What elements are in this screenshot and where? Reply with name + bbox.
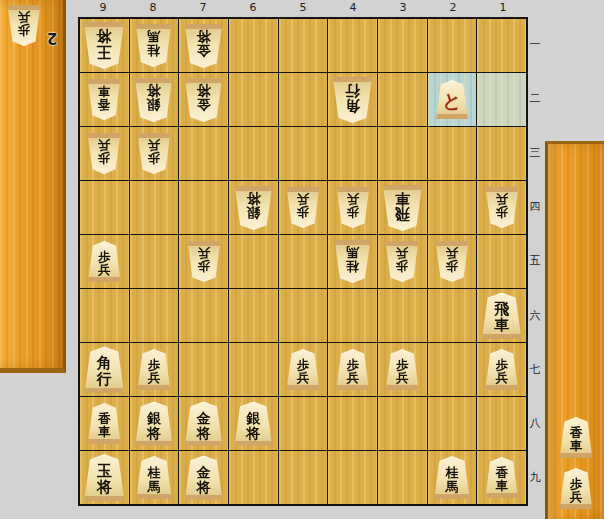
- piece-gote-銀将[interactable]: 銀将: [234, 186, 273, 230]
- piece-sente-歩兵[interactable]: 歩兵: [485, 349, 519, 390]
- square-4八[interactable]: [328, 397, 377, 450]
- square-6一[interactable]: [229, 19, 278, 72]
- square-3八[interactable]: [378, 397, 427, 450]
- square-3七[interactable]: 歩兵: [378, 343, 427, 396]
- square-7六[interactable]: [179, 289, 228, 342]
- piece-gote-歩兵[interactable]: 歩兵: [485, 187, 519, 228]
- square-7一[interactable]: 金将: [179, 19, 228, 72]
- piece-kanji: 車: [495, 480, 508, 493]
- rank-label-六: 六: [530, 308, 541, 323]
- file-labels: 987654321: [78, 1, 528, 16]
- piece-kanji: 馬: [147, 30, 160, 43]
- square-5五[interactable]: [279, 235, 328, 288]
- square-7二[interactable]: 金将: [179, 73, 228, 126]
- piece-gote-歩兵[interactable]: 歩兵: [187, 241, 221, 282]
- square-1三[interactable]: [477, 127, 526, 180]
- piece-gote-歩兵[interactable]: 歩兵: [7, 5, 41, 46]
- piece-kanji: 歩: [346, 206, 359, 219]
- piece-sente-角行[interactable]: 角行: [84, 347, 125, 393]
- piece-kanji: と: [442, 92, 461, 111]
- piece-kanji: 兵: [148, 372, 161, 385]
- file-label-7: 7: [178, 1, 228, 16]
- piece-sente-飛車[interactable]: 飛車: [481, 293, 522, 339]
- piece-gote-桂馬[interactable]: 桂馬: [135, 24, 172, 67]
- square-1一[interactable]: [477, 19, 526, 72]
- square-3三[interactable]: [378, 127, 427, 180]
- piece-kanji: 将: [197, 83, 211, 97]
- piece-kanji: 香: [98, 98, 111, 111]
- square-5二[interactable]: [279, 73, 328, 126]
- piece-gote-歩兵[interactable]: 歩兵: [385, 241, 419, 282]
- square-5六[interactable]: [279, 289, 328, 342]
- square-8六[interactable]: [130, 289, 179, 342]
- square-2四[interactable]: [428, 181, 477, 234]
- piece-kanji: 金: [197, 411, 211, 425]
- piece-sente-桂馬[interactable]: 桂馬: [135, 456, 172, 499]
- square-8二[interactable]: 銀将: [130, 73, 179, 126]
- piece-sente-香車[interactable]: 香車: [559, 417, 593, 458]
- piece-kanji: 桂: [147, 466, 160, 479]
- square-6八[interactable]: 銀将: [229, 397, 278, 450]
- square-6三[interactable]: [229, 127, 278, 180]
- square-7五[interactable]: 歩兵: [179, 235, 228, 288]
- piece-kanji: 歩: [495, 206, 508, 219]
- piece-kanji: 王: [97, 44, 112, 59]
- file-label-9: 9: [78, 1, 128, 16]
- square-9六[interactable]: [80, 289, 129, 342]
- piece-kanji: 馬: [147, 480, 160, 493]
- square-8一[interactable]: 桂馬: [130, 19, 179, 72]
- sente-captured-tray: 香車歩兵: [545, 141, 604, 519]
- piece-sente-香車[interactable]: 香車: [485, 457, 519, 498]
- piece-kanji: 歩: [396, 260, 409, 273]
- square-6九[interactable]: [229, 451, 278, 504]
- piece-kanji: 将: [97, 28, 112, 43]
- piece-gote-香車[interactable]: 香車: [87, 79, 121, 120]
- square-8四[interactable]: [130, 181, 179, 234]
- piece-kanji: 金: [197, 44, 211, 58]
- square-5一[interactable]: [279, 19, 328, 72]
- piece-sente-歩兵[interactable]: 歩兵: [87, 241, 121, 282]
- rank-label-二: 二: [530, 91, 541, 106]
- piece-kanji: 金: [197, 98, 211, 112]
- piece-kanji: 兵: [197, 247, 210, 260]
- square-5八[interactable]: [279, 397, 328, 450]
- gote-captured-tray: 歩兵2: [0, 0, 66, 373]
- square-1二[interactable]: [477, 73, 526, 126]
- piece-kanji: 銀: [246, 411, 260, 425]
- square-1五[interactable]: [477, 235, 526, 288]
- piece-sente-香車[interactable]: 香車: [87, 403, 121, 444]
- piece-kanji: 将: [197, 426, 211, 440]
- piece-kanji: 兵: [495, 193, 508, 206]
- file-label-5: 5: [278, 1, 328, 16]
- square-8九[interactable]: 桂馬: [130, 451, 179, 504]
- square-3一[interactable]: [378, 19, 427, 72]
- square-9三[interactable]: 歩兵: [80, 127, 129, 180]
- square-9四[interactable]: [80, 181, 129, 234]
- piece-kanji: 車: [494, 318, 509, 333]
- piece-kanji: 兵: [148, 139, 161, 152]
- piece-sente-銀将[interactable]: 銀将: [234, 402, 273, 446]
- piece-gote-歩兵[interactable]: 歩兵: [286, 187, 320, 228]
- square-7七[interactable]: [179, 343, 228, 396]
- square-9七[interactable]: 角行: [80, 343, 129, 396]
- rank-label-三: 三: [530, 145, 541, 160]
- square-4九[interactable]: [328, 451, 377, 504]
- square-4五[interactable]: 桂馬: [328, 235, 377, 288]
- rank-label-四: 四: [530, 199, 541, 214]
- square-7八[interactable]: 金将: [179, 397, 228, 450]
- rank-label-一: 一: [530, 37, 541, 52]
- square-2一[interactable]: [428, 19, 477, 72]
- square-9五[interactable]: 歩兵: [80, 235, 129, 288]
- square-2九[interactable]: 桂馬: [428, 451, 477, 504]
- piece-sente-と[interactable]: と: [435, 80, 468, 119]
- piece-kanji: 車: [570, 440, 583, 453]
- file-label-8: 8: [128, 1, 178, 16]
- shogi-board: 王将桂馬金将香車銀将金将角行と歩兵歩兵銀将歩兵歩兵飛車歩兵歩兵歩兵桂馬歩兵歩兵飛…: [78, 17, 528, 506]
- piece-kanji: 兵: [396, 372, 409, 385]
- file-label-2: 2: [428, 1, 478, 16]
- piece-kanji: 桂: [147, 44, 160, 57]
- square-3四[interactable]: 飛車: [378, 181, 427, 234]
- piece-sente-歩兵[interactable]: 歩兵: [559, 468, 593, 509]
- piece-kanji: 銀: [147, 98, 161, 112]
- piece-gote-桂馬[interactable]: 桂馬: [334, 240, 371, 283]
- piece-kanji: 行: [97, 372, 112, 387]
- piece-kanji: 金: [197, 465, 211, 479]
- piece-gote-歩兵[interactable]: 歩兵: [435, 241, 469, 282]
- piece-kanji: 兵: [570, 491, 583, 504]
- square-4六[interactable]: [328, 289, 377, 342]
- piece-kanji: 将: [147, 426, 161, 440]
- square-3二[interactable]: [378, 73, 427, 126]
- piece-kanji: 将: [197, 29, 211, 43]
- piece-gote-飛車[interactable]: 飛車: [382, 185, 423, 231]
- square-9二[interactable]: 香車: [80, 73, 129, 126]
- piece-kanji: 兵: [297, 372, 310, 385]
- piece-sente-歩兵[interactable]: 歩兵: [286, 349, 320, 390]
- square-5三[interactable]: [279, 127, 328, 180]
- piece-gote-歩兵[interactable]: 歩兵: [87, 133, 121, 174]
- file-label-3: 3: [378, 1, 428, 16]
- square-2六[interactable]: [428, 289, 477, 342]
- piece-kanji: 行: [345, 82, 360, 97]
- piece-sente-歩兵[interactable]: 歩兵: [385, 349, 419, 390]
- square-7三[interactable]: [179, 127, 228, 180]
- square-5七[interactable]: 歩兵: [279, 343, 328, 396]
- piece-kanji: 兵: [495, 372, 508, 385]
- piece-kanji: 桂: [445, 466, 458, 479]
- piece-kanji: 車: [98, 426, 111, 439]
- piece-gote-王将[interactable]: 王将: [83, 22, 125, 69]
- file-label-6: 6: [228, 1, 278, 16]
- piece-gote-歩兵[interactable]: 歩兵: [137, 133, 171, 174]
- rank-label-八: 八: [530, 416, 541, 431]
- piece-kanji: 兵: [98, 264, 111, 277]
- square-6七[interactable]: [229, 343, 278, 396]
- square-7四[interactable]: [179, 181, 228, 234]
- square-9九[interactable]: 玉将: [80, 451, 129, 504]
- piece-gote-銀将[interactable]: 銀将: [134, 78, 173, 122]
- square-3六[interactable]: [378, 289, 427, 342]
- rank-label-七: 七: [530, 362, 541, 377]
- piece-kanji: 馬: [346, 246, 359, 259]
- piece-kanji: 将: [197, 480, 211, 494]
- piece-kanji: 歩: [297, 206, 310, 219]
- piece-kanji: 馬: [445, 480, 458, 493]
- piece-gote-金将[interactable]: 金将: [184, 78, 223, 122]
- piece-sente-金将[interactable]: 金将: [184, 402, 223, 446]
- square-6二[interactable]: [229, 73, 278, 126]
- piece-kanji: 車: [395, 190, 410, 205]
- square-9一[interactable]: 王将: [80, 19, 129, 72]
- square-2八[interactable]: [428, 397, 477, 450]
- square-4四[interactable]: 歩兵: [328, 181, 377, 234]
- piece-kanji: 歩: [148, 152, 161, 165]
- square-4一[interactable]: [328, 19, 377, 72]
- piece-sente-歩兵[interactable]: 歩兵: [336, 349, 370, 390]
- piece-kanji: 銀: [147, 411, 161, 425]
- piece-gote-角行[interactable]: 角行: [332, 77, 373, 123]
- square-6四[interactable]: 銀将: [229, 181, 278, 234]
- piece-kanji: 兵: [346, 193, 359, 206]
- piece-sente-銀将[interactable]: 銀将: [134, 402, 173, 446]
- piece-kanji: 兵: [297, 193, 310, 206]
- rank-label-九: 九: [530, 470, 541, 485]
- rank-label-五: 五: [530, 253, 541, 268]
- square-1八[interactable]: [477, 397, 526, 450]
- piece-kanji: 兵: [18, 11, 31, 24]
- piece-kanji: 兵: [98, 139, 111, 152]
- file-label-4: 4: [328, 1, 378, 16]
- piece-sente-金将[interactable]: 金将: [184, 456, 223, 500]
- square-3五[interactable]: 歩兵: [378, 235, 427, 288]
- piece-kanji: 兵: [396, 247, 409, 260]
- square-4七[interactable]: 歩兵: [328, 343, 377, 396]
- square-7九[interactable]: 金将: [179, 451, 228, 504]
- piece-gote-歩兵[interactable]: 歩兵: [336, 187, 370, 228]
- square-4二[interactable]: 角行: [328, 73, 377, 126]
- square-1四[interactable]: 歩兵: [477, 181, 526, 234]
- square-4三[interactable]: [328, 127, 377, 180]
- square-1六[interactable]: 飛車: [477, 289, 526, 342]
- square-5四[interactable]: 歩兵: [279, 181, 328, 234]
- square-8五[interactable]: [130, 235, 179, 288]
- piece-kanji: 歩: [197, 260, 210, 273]
- file-label-1: 1: [478, 1, 528, 16]
- square-1七[interactable]: 歩兵: [477, 343, 526, 396]
- square-5九[interactable]: [279, 451, 328, 504]
- piece-kanji: 銀: [246, 206, 260, 220]
- gote-hand-area: 歩兵2: [7, 5, 63, 65]
- square-8七[interactable]: 歩兵: [130, 343, 179, 396]
- square-6六[interactable]: [229, 289, 278, 342]
- square-2五[interactable]: 歩兵: [428, 235, 477, 288]
- piece-kanji: 将: [147, 83, 161, 97]
- square-1九[interactable]: 香車: [477, 451, 526, 504]
- piece-kanji: 将: [246, 191, 260, 205]
- piece-sente-桂馬[interactable]: 桂馬: [433, 456, 470, 499]
- square-8八[interactable]: 銀将: [130, 397, 179, 450]
- square-2三[interactable]: [428, 127, 477, 180]
- piece-kanji: 将: [97, 480, 112, 495]
- square-6五[interactable]: [229, 235, 278, 288]
- piece-kanji: 兵: [346, 372, 359, 385]
- piece-kanji: 桂: [346, 260, 359, 273]
- piece-gote-金将[interactable]: 金将: [184, 24, 223, 68]
- piece-kanji: 車: [98, 85, 111, 98]
- piece-kanji: 歩: [446, 260, 459, 273]
- piece-sente-歩兵[interactable]: 歩兵: [137, 349, 171, 390]
- piece-kanji: 歩: [18, 24, 31, 37]
- piece-sente-玉将[interactable]: 玉将: [83, 454, 125, 501]
- square-2二[interactable]: と: [428, 73, 477, 126]
- square-8三[interactable]: 歩兵: [130, 127, 179, 180]
- gote-hand-count: 2: [47, 29, 57, 47]
- square-2七[interactable]: [428, 343, 477, 396]
- piece-kanji: 歩: [98, 152, 111, 165]
- rank-labels: 一二三四五六七八九: [527, 17, 543, 505]
- piece-kanji: 将: [246, 426, 260, 440]
- piece-kanji: 兵: [446, 247, 459, 260]
- square-3九[interactable]: [378, 451, 427, 504]
- square-9八[interactable]: 香車: [80, 397, 129, 450]
